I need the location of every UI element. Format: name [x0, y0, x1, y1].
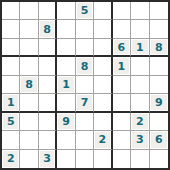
empty-cell-space — [3, 21, 18, 36]
empty-cell-space — [132, 21, 147, 36]
sudoku-cell-r3c6[interactable] — [94, 39, 112, 57]
sudoku-cell-r5c6[interactable] — [94, 76, 112, 94]
sudoku-cell-r2c4[interactable] — [57, 20, 75, 38]
sudoku-cell-r7c7[interactable] — [113, 113, 131, 131]
given-digit: 8 — [77, 58, 92, 73]
sudoku-cell-r2c2[interactable] — [20, 20, 38, 38]
empty-cell-space — [40, 77, 54, 92]
sudoku-cell-r3c8[interactable]: 1 — [131, 39, 149, 57]
sudoku-cell-r7c9[interactable] — [150, 113, 168, 131]
sudoku-cell-r7c8[interactable]: 2 — [131, 113, 149, 131]
empty-cell-space — [58, 132, 73, 147]
empty-cell-space — [114, 95, 129, 109]
sudoku-cell-r8c5[interactable] — [76, 131, 94, 149]
empty-cell-space — [132, 95, 147, 109]
sudoku-cell-r7c4[interactable]: 9 — [57, 113, 75, 131]
given-digit: 3 — [40, 151, 54, 167]
sudoku-cell-r5c8[interactable] — [131, 76, 149, 94]
sudoku-cell-r8c1[interactable] — [2, 131, 20, 149]
empty-cell-space — [114, 132, 129, 147]
sudoku-cell-r3c4[interactable] — [57, 39, 75, 57]
sudoku-cell-r7c2[interactable] — [20, 113, 38, 131]
sudoku-cell-r6c3[interactable] — [39, 94, 57, 112]
given-digit: 9 — [151, 95, 167, 109]
empty-cell-space — [58, 58, 73, 73]
sudoku-cell-r1c4[interactable] — [57, 2, 75, 20]
sudoku-cell-r8c6[interactable]: 2 — [94, 131, 112, 149]
empty-cell-space — [58, 151, 73, 167]
sudoku-cell-r7c6[interactable] — [94, 113, 112, 131]
empty-cell-space — [95, 3, 109, 18]
sudoku-cell-r2c3[interactable]: 8 — [39, 20, 57, 38]
sudoku-cell-r7c3[interactable] — [39, 113, 57, 131]
empty-cell-space — [21, 3, 36, 18]
given-digit: 9 — [58, 114, 73, 129]
empty-cell-space — [95, 40, 109, 54]
sudoku-cell-r2c5[interactable] — [76, 20, 94, 38]
sudoku-cell-r1c7[interactable] — [113, 2, 131, 20]
sudoku-cell-r6c5[interactable]: 7 — [76, 94, 94, 112]
given-digit: 2 — [132, 114, 147, 129]
empty-cell-space — [95, 58, 109, 73]
sudoku-cell-r9c2[interactable] — [20, 150, 38, 168]
sudoku-cell-r9c8[interactable] — [131, 150, 149, 168]
given-digit: 1 — [3, 95, 18, 109]
empty-cell-space — [58, 95, 73, 109]
empty-cell-space — [77, 114, 92, 129]
empty-cell-space — [3, 77, 18, 92]
empty-cell-space — [77, 77, 92, 92]
given-digit: 7 — [77, 95, 92, 109]
empty-cell-space — [21, 58, 36, 73]
empty-cell-space — [77, 40, 92, 54]
sudoku-cell-r1c1[interactable] — [2, 2, 20, 20]
given-digit: 6 — [114, 40, 129, 54]
sudoku-cell-r9c5[interactable] — [76, 150, 94, 168]
sudoku-cell-r6c2[interactable] — [20, 94, 38, 112]
sudoku-cell-r9c6[interactable] — [94, 150, 112, 168]
sudoku-cell-r7c5[interactable] — [76, 113, 94, 131]
sudoku-cell-r5c2[interactable]: 8 — [20, 76, 38, 94]
empty-cell-space — [3, 132, 18, 147]
empty-cell-space — [40, 132, 54, 147]
given-digit: 3 — [132, 132, 147, 147]
empty-cell-space — [58, 21, 73, 36]
sudoku-cell-r3c2[interactable] — [20, 39, 38, 57]
empty-cell-space — [95, 77, 109, 92]
sudoku-cell-r1c3[interactable] — [39, 2, 57, 20]
sudoku-cell-r9c7[interactable] — [113, 150, 131, 168]
sudoku-cell-r6c4[interactable] — [57, 94, 75, 112]
sudoku-cell-r1c8[interactable] — [131, 2, 149, 20]
given-digit: 5 — [3, 114, 18, 129]
sudoku-cell-r6c9[interactable]: 9 — [150, 94, 168, 112]
empty-cell-space — [114, 21, 129, 36]
empty-cell-space — [151, 77, 167, 92]
sudoku-cell-r1c6[interactable] — [94, 2, 112, 20]
sudoku-cell-r6c8[interactable] — [131, 94, 149, 112]
sudoku-cell-r1c5[interactable]: 5 — [76, 2, 94, 20]
sudoku-cell-r8c2[interactable] — [20, 131, 38, 149]
empty-cell-space — [132, 58, 147, 73]
sudoku-cell-r4c1[interactable] — [2, 57, 20, 75]
empty-cell-space — [40, 114, 54, 129]
empty-cell-space — [114, 151, 129, 167]
empty-cell-space — [21, 114, 36, 129]
sudoku-cell-r1c9[interactable] — [150, 2, 168, 20]
sudoku-cell-r9c4[interactable] — [57, 150, 75, 168]
sudoku-cell-r3c5[interactable] — [76, 39, 94, 57]
sudoku-cell-r4c2[interactable] — [20, 57, 38, 75]
empty-cell-space — [21, 40, 36, 54]
empty-cell-space — [95, 21, 109, 36]
empty-cell-space — [21, 151, 36, 167]
empty-cell-space — [3, 58, 18, 73]
empty-cell-space — [151, 114, 167, 129]
sudoku-cell-r7c1[interactable]: 5 — [2, 113, 20, 131]
empty-cell-space — [151, 58, 167, 73]
sudoku-cell-r8c7[interactable] — [113, 131, 131, 149]
sudoku-cell-r2c1[interactable] — [2, 20, 20, 38]
empty-cell-space — [151, 151, 167, 167]
empty-cell-space — [58, 3, 73, 18]
given-digit: 6 — [151, 132, 167, 147]
empty-cell-space — [95, 95, 109, 109]
sudoku-cell-r3c9[interactable]: 8 — [150, 39, 168, 57]
sudoku-cell-r5c7[interactable] — [113, 76, 131, 94]
sudoku-cell-r4c8[interactable] — [131, 57, 149, 75]
sudoku-cell-r3c7[interactable]: 6 — [113, 39, 131, 57]
sudoku-cell-r3c3[interactable] — [39, 39, 57, 57]
given-digit: 2 — [95, 132, 109, 147]
empty-cell-space — [58, 40, 73, 54]
empty-cell-space — [95, 114, 109, 129]
sudoku-cell-r1c2[interactable] — [20, 2, 38, 20]
sudoku-cell-r9c3[interactable]: 3 — [39, 150, 57, 168]
sudoku-cell-r4c3[interactable] — [39, 57, 57, 75]
empty-cell-space — [21, 132, 36, 147]
sudoku-cell-r6c7[interactable] — [113, 94, 131, 112]
given-digit: 8 — [21, 77, 36, 92]
sudoku-cell-r6c1[interactable]: 1 — [2, 94, 20, 112]
sudoku-cell-r2c6[interactable] — [94, 20, 112, 38]
sudoku-cell-r8c8[interactable]: 3 — [131, 131, 149, 149]
sudoku-cell-r3c1[interactable] — [2, 39, 20, 57]
sudoku-cell-r4c4[interactable] — [57, 57, 75, 75]
empty-cell-space — [40, 3, 54, 18]
sudoku-cell-r8c9[interactable]: 6 — [150, 131, 168, 149]
sudoku-cell-r5c5[interactable] — [76, 76, 94, 94]
sudoku-cell-r5c1[interactable] — [2, 76, 20, 94]
sudoku-cell-r5c3[interactable] — [39, 76, 57, 94]
empty-cell-space — [40, 95, 54, 109]
given-digit: 5 — [77, 3, 92, 18]
empty-cell-space — [3, 3, 18, 18]
sudoku-cell-r4c7[interactable]: 1 — [113, 57, 131, 75]
empty-cell-space — [40, 58, 54, 73]
empty-cell-space — [132, 151, 147, 167]
given-digit: 8 — [151, 40, 167, 54]
sudoku-cell-r8c3[interactable] — [39, 131, 57, 149]
empty-cell-space — [114, 77, 129, 92]
sudoku-cell-r9c9[interactable] — [150, 150, 168, 168]
given-digit: 1 — [114, 58, 129, 73]
empty-cell-space — [21, 21, 36, 36]
empty-cell-space — [114, 3, 129, 18]
sudoku-cell-r5c9[interactable] — [150, 76, 168, 94]
sudoku-cell-r4c6[interactable] — [94, 57, 112, 75]
empty-cell-space — [132, 77, 147, 92]
sudoku-cell-r2c8[interactable] — [131, 20, 149, 38]
empty-cell-space — [77, 132, 92, 147]
empty-cell-space — [77, 151, 92, 167]
sudoku-cell-r8c4[interactable] — [57, 131, 75, 149]
empty-cell-space — [114, 114, 129, 129]
empty-cell-space — [132, 3, 147, 18]
sudoku-cell-r4c9[interactable] — [150, 57, 168, 75]
given-digit: 1 — [132, 40, 147, 54]
empty-cell-space — [40, 40, 54, 54]
sudoku-cell-r6c6[interactable] — [94, 94, 112, 112]
empty-cell-space — [3, 40, 18, 54]
empty-cell-space — [95, 151, 109, 167]
sudoku-board: 58618818117959223623 — [0, 0, 170, 170]
empty-cell-space — [77, 21, 92, 36]
empty-cell-space — [21, 95, 36, 109]
given-digit: 8 — [40, 21, 54, 36]
given-digit: 1 — [58, 77, 73, 92]
sudoku-cell-r5c4[interactable]: 1 — [57, 76, 75, 94]
sudoku-cell-r9c1[interactable]: 2 — [2, 150, 20, 168]
empty-cell-space — [151, 3, 167, 18]
sudoku-cell-r4c5[interactable]: 8 — [76, 57, 94, 75]
given-digit: 2 — [3, 151, 18, 167]
sudoku-cell-r2c7[interactable] — [113, 20, 131, 38]
empty-cell-space — [151, 21, 167, 36]
sudoku-cell-r2c9[interactable] — [150, 20, 168, 38]
